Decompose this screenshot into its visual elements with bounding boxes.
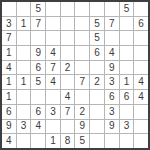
cell-r6c4: 4 <box>46 75 60 89</box>
cell-r4c3: 9 <box>31 46 45 60</box>
cell-r6c2: 1 <box>17 75 31 89</box>
cell-r2c6[interactable] <box>75 17 89 31</box>
cell-r1c8[interactable] <box>105 2 119 16</box>
cell-r9c6: 9 <box>75 120 89 134</box>
cell-r9c1: 9 <box>2 120 16 134</box>
cell-r2c5[interactable] <box>61 17 75 31</box>
cell-r8c6: 2 <box>75 105 89 119</box>
cell-r1c4[interactable] <box>46 2 60 16</box>
cell-r1c2[interactable] <box>17 2 31 16</box>
cell-r6c3: 5 <box>31 75 45 89</box>
cell-r9c5[interactable] <box>61 120 75 134</box>
cell-r2c10: 6 <box>134 17 148 31</box>
cell-r7c1: 1 <box>2 90 16 104</box>
cell-r6c8: 3 <box>105 75 119 89</box>
cell-r3c4[interactable] <box>46 31 60 45</box>
cell-r9c10[interactable] <box>134 120 148 134</box>
cell-r9c2: 3 <box>17 120 31 134</box>
cell-r10c3[interactable] <box>31 134 45 148</box>
cell-r5c4: 7 <box>46 61 60 75</box>
cell-r4c1: 1 <box>2 46 16 60</box>
cell-r5c7[interactable] <box>90 61 104 75</box>
cell-r3c8[interactable] <box>105 31 119 45</box>
cell-r5c10[interactable] <box>134 61 148 75</box>
cell-r5c3: 6 <box>31 61 45 75</box>
cell-r5c8: 9 <box>105 61 119 75</box>
cell-r2c1: 3 <box>2 17 16 31</box>
cell-r8c5: 7 <box>61 105 75 119</box>
cell-r10c10[interactable] <box>134 134 148 148</box>
cell-r9c4[interactable] <box>46 120 60 134</box>
cell-r4c5[interactable] <box>61 46 75 60</box>
cell-r3c5[interactable] <box>61 31 75 45</box>
cell-r3c7: 5 <box>90 31 104 45</box>
cell-r7c10: 4 <box>134 90 148 104</box>
cell-r2c8: 7 <box>105 17 119 31</box>
cell-r4c8: 4 <box>105 46 119 60</box>
cell-r1c9: 5 <box>120 2 134 16</box>
cell-r5c1: 4 <box>2 61 16 75</box>
cell-r5c5: 2 <box>61 61 75 75</box>
cell-r5c2[interactable] <box>17 61 31 75</box>
cell-r6c10: 4 <box>134 75 148 89</box>
cell-r3c3[interactable] <box>31 31 45 45</box>
cell-r4c9[interactable] <box>120 46 134 60</box>
cell-r10c2[interactable] <box>17 134 31 148</box>
cell-r1c7[interactable] <box>90 2 104 16</box>
cell-r7c9: 6 <box>120 90 134 104</box>
cell-r10c5: 8 <box>61 134 75 148</box>
cell-r10c9[interactable] <box>120 134 134 148</box>
cell-r4c6[interactable] <box>75 46 89 60</box>
cell-r2c4[interactable] <box>46 17 60 31</box>
cell-r9c7[interactable] <box>90 120 104 134</box>
cell-r4c7: 6 <box>90 46 104 60</box>
cell-r5c6[interactable] <box>75 61 89 75</box>
cell-r10c4: 1 <box>46 134 60 148</box>
cell-r10c1: 4 <box>2 134 16 148</box>
cell-r6c5[interactable] <box>61 75 75 89</box>
cell-r8c9[interactable] <box>120 105 134 119</box>
cell-r6c1: 1 <box>2 75 16 89</box>
cell-r7c2[interactable] <box>17 90 31 104</box>
cell-r7c3[interactable] <box>31 90 45 104</box>
cell-r1c10[interactable] <box>134 2 148 16</box>
cell-r2c2: 1 <box>17 17 31 31</box>
cell-r3c1: 7 <box>2 31 16 45</box>
puzzle-board-frame: 5531757675194644672911547231414664663723… <box>0 0 150 150</box>
cell-r2c9[interactable] <box>120 17 134 31</box>
cell-r3c10[interactable] <box>134 31 148 45</box>
cell-r10c8[interactable] <box>105 134 119 148</box>
cell-r4c4: 4 <box>46 46 60 60</box>
cell-r3c6[interactable] <box>75 31 89 45</box>
cell-r8c7[interactable] <box>90 105 104 119</box>
cell-r8c4: 3 <box>46 105 60 119</box>
cell-r6c9: 1 <box>120 75 134 89</box>
cell-r8c8: 3 <box>105 105 119 119</box>
cell-r7c6[interactable] <box>75 90 89 104</box>
cell-r1c3: 5 <box>31 2 45 16</box>
cell-r2c7: 5 <box>90 17 104 31</box>
cell-r8c1: 6 <box>2 105 16 119</box>
puzzle-board: 5531757675194644672911547231414664663723… <box>2 2 148 148</box>
cell-r3c2[interactable] <box>17 31 31 45</box>
cell-r7c4[interactable] <box>46 90 60 104</box>
cell-r8c3: 6 <box>31 105 45 119</box>
cell-r1c6[interactable] <box>75 2 89 16</box>
cell-r4c10[interactable] <box>134 46 148 60</box>
cell-r2c3: 7 <box>31 17 45 31</box>
cell-r8c2[interactable] <box>17 105 31 119</box>
cell-r8c10[interactable] <box>134 105 148 119</box>
cell-r9c8: 9 <box>105 120 119 134</box>
cell-r6c6: 7 <box>75 75 89 89</box>
cell-r7c5: 4 <box>61 90 75 104</box>
cell-r6c7: 2 <box>90 75 104 89</box>
cell-r7c7[interactable] <box>90 90 104 104</box>
cell-r5c9[interactable] <box>120 61 134 75</box>
cell-r9c3: 4 <box>31 120 45 134</box>
cell-r4c2[interactable] <box>17 46 31 60</box>
cell-r1c1[interactable] <box>2 2 16 16</box>
cell-r9c9: 3 <box>120 120 134 134</box>
cell-r3c9[interactable] <box>120 31 134 45</box>
cell-r10c7[interactable] <box>90 134 104 148</box>
cell-r7c8: 6 <box>105 90 119 104</box>
cell-r1c5[interactable] <box>61 2 75 16</box>
cell-r10c6: 5 <box>75 134 89 148</box>
